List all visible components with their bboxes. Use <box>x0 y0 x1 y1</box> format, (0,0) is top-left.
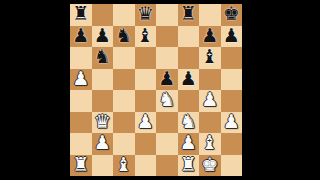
square-h1 <box>221 155 243 177</box>
piece-black-king: ♚ <box>223 4 240 23</box>
square-b2: ♟ <box>92 133 114 155</box>
square-f2: ♟ <box>178 133 200 155</box>
square-c4 <box>113 90 135 112</box>
square-d1 <box>135 155 157 177</box>
square-e6 <box>156 47 178 69</box>
square-c5 <box>113 69 135 91</box>
piece-black-queen: ♛ <box>137 4 154 23</box>
piece-white-knight: ♞ <box>180 112 197 131</box>
square-d6 <box>135 47 157 69</box>
square-g6: ♝ <box>199 47 221 69</box>
piece-black-knight: ♞ <box>94 47 111 66</box>
square-f7 <box>178 26 200 48</box>
piece-black-rook: ♜ <box>72 4 89 23</box>
piece-black-rook: ♜ <box>180 4 197 23</box>
piece-white-pawn: ♟ <box>201 90 218 109</box>
square-e1 <box>156 155 178 177</box>
piece-black-pawn: ♟ <box>94 26 111 45</box>
piece-white-queen: ♛ <box>94 112 111 131</box>
square-d7: ♝ <box>135 26 157 48</box>
piece-white-pawn: ♟ <box>72 69 89 88</box>
square-a3 <box>70 112 92 134</box>
square-c2 <box>113 133 135 155</box>
square-f4 <box>178 90 200 112</box>
square-d2 <box>135 133 157 155</box>
square-a4 <box>70 90 92 112</box>
square-e4: ♞ <box>156 90 178 112</box>
square-g1: ♚ <box>199 155 221 177</box>
square-c3 <box>113 112 135 134</box>
piece-black-bishop: ♝ <box>137 26 154 45</box>
square-b8 <box>92 4 114 26</box>
square-e5: ♟ <box>156 69 178 91</box>
chess-board: ♜♛♜♚♟♟♞♝♟♟♞♝♟♟♟♞♟♛♟♞♟♟♟♝♜♝♜♚ <box>70 4 242 176</box>
square-b1 <box>92 155 114 177</box>
piece-black-pawn: ♟ <box>72 26 89 45</box>
piece-black-bishop: ♝ <box>201 47 218 66</box>
piece-white-pawn: ♟ <box>223 112 240 131</box>
square-f8: ♜ <box>178 4 200 26</box>
square-h8: ♚ <box>221 4 243 26</box>
square-a6 <box>70 47 92 69</box>
piece-white-pawn: ♟ <box>137 112 154 131</box>
piece-black-knight: ♞ <box>115 26 132 45</box>
square-d4 <box>135 90 157 112</box>
square-f1: ♜ <box>178 155 200 177</box>
square-a8: ♜ <box>70 4 92 26</box>
square-a7: ♟ <box>70 26 92 48</box>
square-h3: ♟ <box>221 112 243 134</box>
square-b4 <box>92 90 114 112</box>
square-h2 <box>221 133 243 155</box>
square-d8: ♛ <box>135 4 157 26</box>
square-h4 <box>221 90 243 112</box>
square-f3: ♞ <box>178 112 200 134</box>
square-a1: ♜ <box>70 155 92 177</box>
square-g7: ♟ <box>199 26 221 48</box>
square-g4: ♟ <box>199 90 221 112</box>
piece-black-pawn: ♟ <box>180 69 197 88</box>
square-f6 <box>178 47 200 69</box>
square-e8 <box>156 4 178 26</box>
square-g3 <box>199 112 221 134</box>
square-g2: ♝ <box>199 133 221 155</box>
piece-white-rook: ♜ <box>180 155 197 174</box>
piece-black-pawn: ♟ <box>223 26 240 45</box>
square-h7: ♟ <box>221 26 243 48</box>
piece-white-knight: ♞ <box>158 90 175 109</box>
square-e2 <box>156 133 178 155</box>
square-b3: ♛ <box>92 112 114 134</box>
piece-white-bishop: ♝ <box>201 133 218 152</box>
piece-white-king: ♚ <box>201 155 218 174</box>
square-d3: ♟ <box>135 112 157 134</box>
square-h5 <box>221 69 243 91</box>
square-c1: ♝ <box>113 155 135 177</box>
square-f5: ♟ <box>178 69 200 91</box>
piece-black-pawn: ♟ <box>201 26 218 45</box>
square-g5 <box>199 69 221 91</box>
piece-white-bishop: ♝ <box>115 155 132 174</box>
square-c7: ♞ <box>113 26 135 48</box>
piece-white-rook: ♜ <box>72 155 89 174</box>
square-h6 <box>221 47 243 69</box>
square-b5 <box>92 69 114 91</box>
square-c6 <box>113 47 135 69</box>
square-a2 <box>70 133 92 155</box>
square-d5 <box>135 69 157 91</box>
piece-black-pawn: ♟ <box>158 69 175 88</box>
square-a5: ♟ <box>70 69 92 91</box>
square-b7: ♟ <box>92 26 114 48</box>
square-g8 <box>199 4 221 26</box>
piece-white-pawn: ♟ <box>180 133 197 152</box>
square-e7 <box>156 26 178 48</box>
piece-white-pawn: ♟ <box>94 133 111 152</box>
square-e3 <box>156 112 178 134</box>
video-frame: ♜♛♜♚♟♟♞♝♟♟♞♝♟♟♟♞♟♛♟♞♟♟♟♝♜♝♜♚ <box>0 0 320 180</box>
square-c8 <box>113 4 135 26</box>
square-b6: ♞ <box>92 47 114 69</box>
